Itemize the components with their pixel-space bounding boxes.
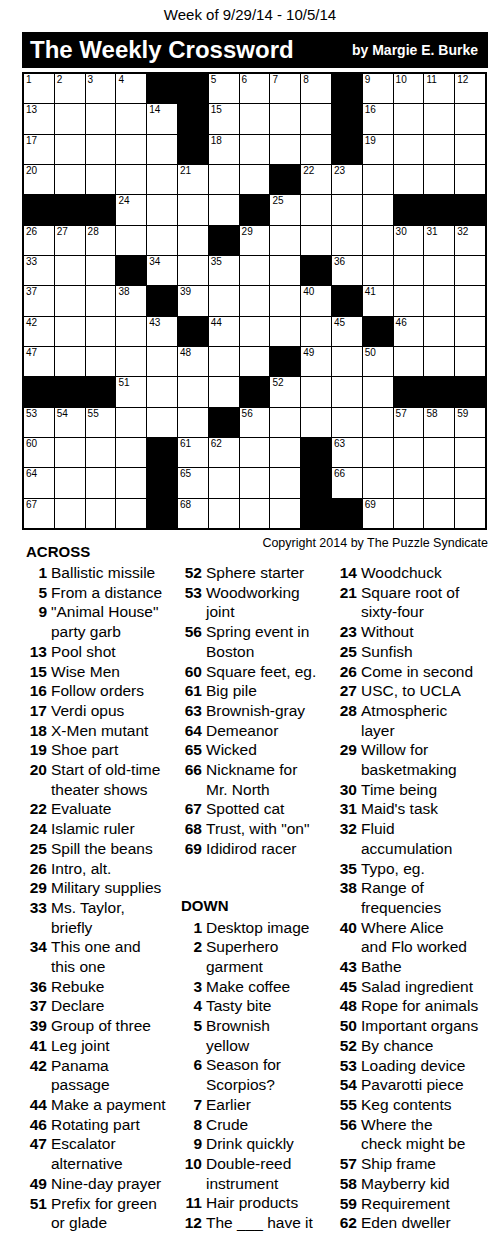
grid-cell[interactable] — [116, 226, 146, 255]
cell-number: 6 — [242, 74, 248, 85]
grid-cell[interactable] — [394, 468, 424, 497]
grid-cell[interactable] — [116, 104, 146, 133]
grid-cell[interactable] — [116, 499, 146, 528]
grid-cell[interactable] — [363, 165, 393, 194]
clue-number: 38 — [336, 878, 361, 917]
clue-down-62: 62Eden dweller — [336, 1213, 483, 1233]
clue-number: 61 — [181, 681, 206, 701]
grid-cell[interactable]: 44 — [209, 317, 239, 346]
clue-across-33: 33Ms. Taylor, briefly — [26, 898, 173, 937]
grid-cell[interactable]: 50 — [363, 347, 393, 376]
grid-cell[interactable]: 69 — [363, 499, 393, 528]
clue-number: 16 — [26, 681, 51, 701]
cell-number: 68 — [180, 499, 191, 510]
grid-cell[interactable] — [240, 135, 270, 164]
black-square — [270, 347, 300, 376]
down-clues-col2: 1Desktop image2Superhero garment3Make co… — [181, 918, 328, 1233]
down-clues-col3: 14Woodchuck21Square root of sixty-four23… — [336, 563, 483, 1233]
grid-cell[interactable] — [394, 347, 424, 376]
grid-cell[interactable] — [147, 408, 177, 437]
grid-cell[interactable] — [55, 317, 85, 346]
grid-cell[interactable] — [270, 468, 300, 497]
grid-cell[interactable] — [301, 104, 331, 133]
grid-cell[interactable]: 13 — [24, 104, 54, 133]
grid-cell[interactable] — [455, 499, 485, 528]
grid-cell[interactable] — [55, 347, 85, 376]
cell-number: 60 — [26, 438, 37, 449]
grid-cell[interactable] — [332, 195, 362, 224]
grid-cell[interactable]: 45 — [332, 317, 362, 346]
grid-cell[interactable] — [270, 135, 300, 164]
grid-cell[interactable] — [147, 347, 177, 376]
grid-cell[interactable] — [394, 438, 424, 467]
grid-cell[interactable] — [116, 165, 146, 194]
black-square — [209, 226, 239, 255]
grid-cell[interactable]: 14 — [147, 104, 177, 133]
grid-cell[interactable] — [240, 104, 270, 133]
black-square — [332, 74, 362, 103]
grid-cell[interactable]: 49 — [301, 347, 331, 376]
black-square — [209, 408, 239, 437]
clue-number: 58 — [336, 1174, 361, 1194]
grid-cell[interactable] — [270, 256, 300, 285]
grid-cell[interactable] — [209, 499, 239, 528]
clue-text: Sphere starter — [206, 563, 328, 583]
black-square — [147, 286, 177, 315]
title-bar: The Weekly Crossword by Margie E. Burke — [22, 32, 488, 68]
clue-number: 42 — [26, 1056, 51, 1095]
grid-cell[interactable] — [270, 408, 300, 437]
grid-cell[interactable] — [301, 226, 331, 255]
grid-cell[interactable] — [363, 408, 393, 437]
cell-number: 31 — [426, 226, 437, 237]
grid-cell[interactable]: 10 — [394, 74, 424, 103]
grid-cell[interactable] — [270, 499, 300, 528]
grid-cell[interactable] — [55, 256, 85, 285]
grid-cell[interactable] — [55, 438, 85, 467]
black-square — [301, 256, 331, 285]
clue-number: 45 — [336, 977, 361, 997]
clue-down-26: 26Come in second — [336, 662, 483, 682]
cell-number: 25 — [272, 195, 283, 206]
grid-cell[interactable] — [178, 408, 208, 437]
grid-cell[interactable]: 57 — [394, 408, 424, 437]
cell-number: 28 — [88, 226, 99, 237]
clue-number: 21 — [336, 583, 361, 622]
grid-cell[interactable] — [147, 226, 177, 255]
grid-cell[interactable] — [55, 135, 85, 164]
grid-cell[interactable]: 22 — [301, 165, 331, 194]
grid-cell[interactable]: 17 — [24, 135, 54, 164]
grid-cell[interactable] — [86, 317, 116, 346]
cell-number: 41 — [365, 286, 376, 297]
grid-cell[interactable]: 3 — [86, 74, 116, 103]
grid-cell[interactable]: 56 — [240, 408, 270, 437]
clue-across-46: 46Rotating part — [26, 1115, 173, 1135]
grid-cell[interactable] — [363, 468, 393, 497]
clue-text: By chance — [361, 1036, 483, 1056]
grid-cell[interactable]: 12 — [455, 74, 485, 103]
grid-cell[interactable] — [147, 195, 177, 224]
grid-cell[interactable]: 33 — [24, 256, 54, 285]
grid-cell[interactable] — [363, 256, 393, 285]
clue-across-47: 47Escalator alternative — [26, 1134, 173, 1173]
grid-cell[interactable] — [455, 104, 485, 133]
grid-cell[interactable] — [394, 135, 424, 164]
grid-cell[interactable]: 51 — [116, 377, 146, 406]
grid-cell[interactable] — [178, 377, 208, 406]
grid-cell[interactable] — [55, 165, 85, 194]
clue-down-10: 10Double-reed instrument — [181, 1154, 328, 1193]
grid-cell[interactable]: 36 — [332, 256, 362, 285]
grid-cell[interactable] — [86, 286, 116, 315]
clue-down-48: 48Rope for animals — [336, 996, 483, 1016]
grid-cell[interactable]: 41 — [363, 286, 393, 315]
grid-cell[interactable] — [86, 347, 116, 376]
clue-text: Desktop image — [206, 918, 328, 938]
grid-cell[interactable] — [209, 286, 239, 315]
clue-down-3: 3Make coffee — [181, 977, 328, 997]
grid-cell[interactable] — [301, 377, 331, 406]
grid-cell[interactable]: 7 — [270, 74, 300, 103]
cell-number: 7 — [272, 74, 278, 85]
clue-down-14: 14Woodchuck — [336, 563, 483, 583]
grid-cell[interactable]: 29 — [240, 226, 270, 255]
clue-text: Rotating part — [51, 1115, 173, 1135]
grid-cell[interactable]: 20 — [24, 165, 54, 194]
clue-down-35: 35Typo, eg. — [336, 859, 483, 879]
grid-cell[interactable] — [209, 377, 239, 406]
grid-cell[interactable] — [209, 468, 239, 497]
grid-cell[interactable] — [270, 317, 300, 346]
grid-cell[interactable] — [116, 135, 146, 164]
grid-cell[interactable] — [332, 408, 362, 437]
grid-cell[interactable] — [394, 499, 424, 528]
grid-cell[interactable]: 60 — [24, 438, 54, 467]
grid-cell[interactable] — [270, 226, 300, 255]
grid-cell[interactable] — [86, 499, 116, 528]
grid-cell[interactable] — [55, 286, 85, 315]
clue-text: Range of frequencies — [361, 878, 483, 917]
grid-cell[interactable] — [240, 165, 270, 194]
cell-number: 45 — [334, 317, 345, 328]
cell-number: 33 — [26, 256, 37, 267]
grid-cell[interactable] — [147, 135, 177, 164]
grid-cell[interactable] — [116, 468, 146, 497]
grid-cell[interactable] — [178, 195, 208, 224]
grid-cell[interactable] — [86, 104, 116, 133]
clue-text: Rebuke — [51, 977, 173, 997]
clue-number: 22 — [26, 799, 51, 819]
clue-down-43: 43Bathe — [336, 957, 483, 977]
grid-cell[interactable]: 53 — [24, 408, 54, 437]
grid-cell[interactable] — [55, 499, 85, 528]
cell-number: 46 — [396, 317, 407, 328]
grid-cell[interactable] — [209, 165, 239, 194]
grid-cell[interactable] — [455, 468, 485, 497]
clue-number: 69 — [181, 839, 206, 859]
clue-across-68: 68Trust, with "on" — [181, 819, 328, 839]
grid-cell[interactable] — [178, 226, 208, 255]
grid-cell[interactable] — [86, 468, 116, 497]
grid-cell[interactable]: 42 — [24, 317, 54, 346]
grid-cell[interactable] — [455, 165, 485, 194]
clue-down-11: 11Hair products — [181, 1193, 328, 1213]
grid-cell[interactable] — [86, 135, 116, 164]
clue-text: "Animal House" party garb — [51, 602, 173, 641]
grid-cell[interactable] — [301, 317, 331, 346]
clue-text: Ship frame — [361, 1154, 483, 1174]
grid-cell[interactable] — [240, 468, 270, 497]
black-square — [332, 499, 362, 528]
grid-cell[interactable]: 39 — [178, 286, 208, 315]
cell-number: 49 — [303, 347, 314, 358]
grid-cell[interactable] — [55, 468, 85, 497]
grid-cell[interactable] — [363, 195, 393, 224]
cell-number: 66 — [334, 468, 345, 479]
grid-cell[interactable] — [332, 347, 362, 376]
grid-cell[interactable]: 66 — [332, 468, 362, 497]
grid-cell[interactable] — [86, 256, 116, 285]
grid-cell[interactable]: 35 — [209, 256, 239, 285]
grid-cell[interactable] — [240, 286, 270, 315]
grid-cell[interactable] — [424, 347, 454, 376]
clue-down-1: 1Desktop image — [181, 918, 328, 938]
grid-cell[interactable] — [455, 347, 485, 376]
grid-cell[interactable] — [240, 499, 270, 528]
black-square — [116, 256, 146, 285]
grid-cell[interactable] — [270, 286, 300, 315]
grid-cell[interactable] — [301, 135, 331, 164]
grid-cell[interactable] — [86, 438, 116, 467]
grid-cell[interactable] — [147, 377, 177, 406]
clue-down-53: 53Loading device — [336, 1056, 483, 1076]
grid-cell[interactable]: 19 — [363, 135, 393, 164]
clue-number: 47 — [26, 1134, 51, 1173]
cell-number: 9 — [365, 74, 371, 85]
grid-cell[interactable] — [270, 104, 300, 133]
grid-cell[interactable]: 55 — [86, 408, 116, 437]
clue-number: 34 — [26, 937, 51, 976]
clue-number: 32 — [336, 819, 361, 858]
clue-down-30: 30Time being — [336, 780, 483, 800]
cell-number: 38 — [118, 286, 129, 297]
grid-cell[interactable]: 24 — [116, 195, 146, 224]
grid-cell[interactable] — [116, 408, 146, 437]
grid-cell[interactable]: 5 — [209, 74, 239, 103]
grid-cell[interactable] — [240, 256, 270, 285]
grid-cell[interactable] — [209, 195, 239, 224]
grid-cell[interactable] — [455, 438, 485, 467]
grid-cell[interactable]: 23 — [332, 165, 362, 194]
grid-cell[interactable] — [209, 347, 239, 376]
grid-cell[interactable]: 62 — [209, 438, 239, 467]
cell-number: 20 — [26, 165, 37, 176]
grid-cell[interactable] — [240, 438, 270, 467]
grid-cell[interactable] — [116, 317, 146, 346]
grid-cell[interactable] — [455, 317, 485, 346]
grid-cell[interactable] — [363, 226, 393, 255]
cell-number: 10 — [396, 74, 407, 85]
clue-number: 55 — [336, 1095, 361, 1115]
grid-cell[interactable] — [55, 104, 85, 133]
clue-number: 14 — [336, 563, 361, 583]
clue-number: 27 — [336, 681, 361, 701]
grid-cell[interactable]: 52 — [270, 377, 300, 406]
clue-text: Fluid accumulation — [361, 819, 483, 858]
grid-cell[interactable]: 48 — [178, 347, 208, 376]
grid-cell[interactable] — [270, 438, 300, 467]
grid-cell[interactable]: 1 — [24, 74, 54, 103]
grid-cell[interactable]: 21 — [178, 165, 208, 194]
grid-cell[interactable]: 15 — [209, 104, 239, 133]
grid-cell[interactable]: 31 — [424, 226, 454, 255]
black-square — [394, 377, 424, 406]
clue-down-6: 6Season for Scorpios? — [181, 1055, 328, 1094]
grid-cell[interactable] — [332, 377, 362, 406]
black-square — [55, 195, 85, 224]
grid-cell[interactable]: 58 — [424, 408, 454, 437]
grid-cell[interactable] — [455, 135, 485, 164]
cell-number: 4 — [118, 74, 124, 85]
grid-cell[interactable] — [116, 347, 146, 376]
clue-number: 9 — [181, 1134, 206, 1154]
cell-number: 8 — [303, 74, 309, 85]
grid-cell[interactable]: 32 — [455, 226, 485, 255]
clue-text: Keg contents — [361, 1095, 483, 1115]
black-square — [240, 195, 270, 224]
grid-cell[interactable] — [86, 165, 116, 194]
cell-number: 1 — [26, 74, 32, 85]
grid-cell[interactable]: 43 — [147, 317, 177, 346]
clue-number: 4 — [181, 996, 206, 1016]
grid-cell[interactable] — [332, 226, 362, 255]
grid-cell[interactable]: 4 — [116, 74, 146, 103]
clue-number: 7 — [181, 1095, 206, 1115]
grid-cell[interactable] — [424, 468, 454, 497]
clue-across-16: 16Follow orders — [26, 681, 173, 701]
clue-text: Time being — [361, 780, 483, 800]
grid-cell[interactable] — [455, 256, 485, 285]
grid-cell[interactable]: 6 — [240, 74, 270, 103]
clue-across-56: 56Spring event in Boston — [181, 622, 328, 661]
grid-cell[interactable]: 26 — [24, 226, 54, 255]
cell-number: 54 — [57, 408, 68, 419]
grid-cell[interactable]: 54 — [55, 408, 85, 437]
grid-cell[interactable] — [116, 438, 146, 467]
grid-cell[interactable]: 34 — [147, 256, 177, 285]
grid-cell[interactable]: 63 — [332, 438, 362, 467]
grid-cell[interactable] — [394, 165, 424, 194]
clue-down-23: 23Without — [336, 622, 483, 642]
clue-number: 35 — [336, 859, 361, 879]
clue-text: Double-reed instrument — [206, 1154, 328, 1193]
clue-number: 12 — [181, 1213, 206, 1233]
clue-across-15: 15Wise Men — [26, 662, 173, 682]
grid-cell[interactable] — [394, 256, 424, 285]
clue-across-18: 18X-Men mutant — [26, 721, 173, 741]
grid-cell[interactable]: 2 — [55, 74, 85, 103]
grid-cell[interactable]: 64 — [24, 468, 54, 497]
clue-text: Woodchuck — [361, 563, 483, 583]
grid-cell[interactable] — [240, 317, 270, 346]
grid-cell[interactable]: 27 — [55, 226, 85, 255]
week-header: Week of 9/29/14 - 10/5/14 — [0, 6, 500, 23]
cell-number: 65 — [180, 468, 191, 479]
clue-number: 62 — [336, 1213, 361, 1233]
grid-cell[interactable]: 65 — [178, 468, 208, 497]
grid-cell[interactable] — [394, 104, 424, 133]
grid-cell[interactable]: 67 — [24, 499, 54, 528]
clue-number: 40 — [336, 918, 361, 957]
grid-cell[interactable] — [424, 499, 454, 528]
grid-cell[interactable]: 25 — [270, 195, 300, 224]
grid-cell[interactable] — [301, 195, 331, 224]
clue-text: Crude — [206, 1115, 328, 1135]
grid-cell[interactable] — [424, 256, 454, 285]
grid-cell[interactable] — [301, 408, 331, 437]
grid-cell[interactable] — [455, 286, 485, 315]
grid-cell[interactable] — [240, 347, 270, 376]
clue-text: Intro, alt. — [51, 859, 173, 879]
clue-across-44: 44Make a payment — [26, 1095, 173, 1115]
grid-cell[interactable]: 16 — [363, 104, 393, 133]
clue-across-41: 41Leg joint — [26, 1036, 173, 1056]
grid-cell[interactable] — [424, 165, 454, 194]
clue-down-45: 45Salad ingredient — [336, 977, 483, 997]
cell-number: 21 — [180, 165, 191, 176]
clue-number: 6 — [181, 1055, 206, 1094]
grid-cell[interactable]: 40 — [301, 286, 331, 315]
grid-cell[interactable]: 37 — [24, 286, 54, 315]
grid-cell[interactable] — [363, 377, 393, 406]
grid-cell[interactable]: 47 — [24, 347, 54, 376]
grid-cell[interactable]: 59 — [455, 408, 485, 437]
grid-cell[interactable]: 18 — [209, 135, 239, 164]
black-square — [332, 286, 362, 315]
clue-across-20: 20Start of old-time theater shows — [26, 760, 173, 799]
black-square — [24, 377, 54, 406]
grid-cell[interactable] — [178, 256, 208, 285]
clue-column-1: ACROSS 1Ballistic missile5From a distanc… — [26, 540, 173, 1233]
clue-number: 24 — [26, 819, 51, 839]
grid-cell[interactable] — [424, 135, 454, 164]
grid-cell[interactable]: 61 — [178, 438, 208, 467]
cell-number: 48 — [180, 347, 191, 358]
grid-cell[interactable]: 11 — [424, 74, 454, 103]
grid-cell[interactable]: 38 — [116, 286, 146, 315]
grid-cell[interactable] — [424, 438, 454, 467]
grid-cell[interactable] — [424, 317, 454, 346]
grid-cell[interactable]: 30 — [394, 226, 424, 255]
grid-cell[interactable] — [424, 104, 454, 133]
grid-cell[interactable]: 28 — [86, 226, 116, 255]
cell-number: 26 — [26, 226, 37, 237]
clue-down-9: 9Drink quickly — [181, 1134, 328, 1154]
grid-cell[interactable] — [394, 286, 424, 315]
grid-cell[interactable]: 9 — [363, 74, 393, 103]
grid-cell[interactable]: 68 — [178, 499, 208, 528]
grid-cell[interactable]: 46 — [394, 317, 424, 346]
grid-cell[interactable] — [424, 286, 454, 315]
grid-cell[interactable] — [363, 438, 393, 467]
clue-number: 11 — [181, 1193, 206, 1213]
grid-cell[interactable]: 8 — [301, 74, 331, 103]
black-square — [147, 438, 177, 467]
grid-cell[interactable] — [147, 165, 177, 194]
cell-number: 62 — [211, 438, 222, 449]
clue-number: 29 — [336, 740, 361, 779]
